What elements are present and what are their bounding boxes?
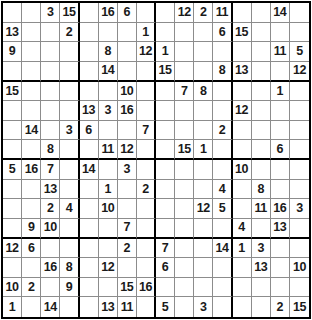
cell-r3c15-given[interactable]: 11 [271, 42, 290, 62]
cell-r16c12-empty[interactable] [213, 297, 232, 317]
cell-r5c12-empty[interactable] [213, 82, 232, 102]
cell-r13c1-given[interactable]: 12 [3, 239, 22, 259]
cell-r10c9-empty[interactable] [156, 180, 175, 200]
cell-r5c14-empty[interactable] [252, 82, 271, 102]
cell-r9c9-empty[interactable] [156, 160, 175, 180]
cell-r7c10-empty[interactable] [175, 121, 194, 141]
cell-r13c16-empty[interactable] [290, 239, 309, 259]
cell-r1c16-empty[interactable] [290, 3, 309, 23]
cell-r8c7-given[interactable]: 12 [118, 140, 137, 160]
cell-r8c3-given[interactable]: 8 [41, 140, 60, 160]
cell-r16c5-empty[interactable] [80, 297, 99, 317]
cell-r11c10-empty[interactable] [175, 199, 194, 219]
cell-r3c6-given[interactable]: 8 [99, 42, 118, 62]
cell-r1c2-empty[interactable] [22, 3, 41, 23]
cell-r10c15-empty[interactable] [271, 180, 290, 200]
cell-r7c15-empty[interactable] [271, 121, 290, 141]
cell-r15c16-empty[interactable] [290, 278, 309, 298]
cell-r10c3-given[interactable]: 13 [41, 180, 60, 200]
cell-r12c12-empty[interactable] [213, 219, 232, 239]
cell-r1c13-empty[interactable] [233, 3, 252, 23]
cell-r7c6-empty[interactable] [99, 121, 118, 141]
cell-r5c10-given[interactable]: 7 [175, 82, 194, 102]
cell-r6c6-given[interactable]: 3 [99, 101, 118, 121]
cell-r12c4-empty[interactable] [60, 219, 79, 239]
cell-r1c11-given[interactable]: 2 [194, 3, 213, 23]
cell-r9c11-empty[interactable] [194, 160, 213, 180]
cell-r4c2-empty[interactable] [22, 62, 41, 82]
cell-r5c15-given[interactable]: 1 [271, 82, 290, 102]
cell-r15c3-empty[interactable] [41, 278, 60, 298]
cell-r12c1-empty[interactable] [3, 219, 22, 239]
cell-r8c5-empty[interactable] [80, 140, 99, 160]
cell-r2c1-given[interactable]: 13 [3, 23, 22, 43]
cell-r16c8-empty[interactable] [137, 297, 156, 317]
cell-r5c6-empty[interactable] [99, 82, 118, 102]
cell-r6c7-given[interactable]: 16 [118, 101, 137, 121]
cell-r13c9-given[interactable]: 7 [156, 239, 175, 259]
cell-r14c16-given[interactable]: 10 [290, 258, 309, 278]
cell-r14c1-empty[interactable] [3, 258, 22, 278]
cell-r9c15-empty[interactable] [271, 160, 290, 180]
cell-r7c14-empty[interactable] [252, 121, 271, 141]
cell-r6c5-given[interactable]: 13 [80, 101, 99, 121]
cell-r10c14-given[interactable]: 8 [252, 180, 271, 200]
cell-r2c16-empty[interactable] [290, 23, 309, 43]
cell-r2c14-empty[interactable] [252, 23, 271, 43]
sudoku-board: 3151661221114132161598121115141581312151… [1, 1, 311, 319]
cell-r9c8-empty[interactable] [137, 160, 156, 180]
cell-r3c12-empty[interactable] [213, 42, 232, 62]
cell-r7c12-given[interactable]: 2 [213, 121, 232, 141]
cell-r10c16-empty[interactable] [290, 180, 309, 200]
cell-r8c8-empty[interactable] [137, 140, 156, 160]
cell-r11c9-empty[interactable] [156, 199, 175, 219]
cell-r7c13-empty[interactable] [233, 121, 252, 141]
cell-r3c10-empty[interactable] [175, 42, 194, 62]
cell-r3c13-empty[interactable] [233, 42, 252, 62]
cell-r13c5-empty[interactable] [80, 239, 99, 259]
cell-r8c12-empty[interactable] [213, 140, 232, 160]
cell-r3c14-empty[interactable] [252, 42, 271, 62]
cell-r10c8-given[interactable]: 2 [137, 180, 156, 200]
cell-r11c6-given[interactable]: 10 [99, 199, 118, 219]
cell-r4c14-empty[interactable] [252, 62, 271, 82]
cell-r9c14-empty[interactable] [252, 160, 271, 180]
cell-r2c13-given[interactable]: 15 [233, 23, 252, 43]
cell-r13c4-empty[interactable] [60, 239, 79, 259]
cell-r1c7-given[interactable]: 6 [118, 3, 137, 23]
cell-r5c13-empty[interactable] [233, 82, 252, 102]
cell-r6c2-empty[interactable] [22, 101, 41, 121]
cell-r15c7-given[interactable]: 15 [118, 278, 137, 298]
cell-r2c4-given[interactable]: 2 [60, 23, 79, 43]
cell-r11c12-given[interactable]: 5 [213, 199, 232, 219]
cell-r2c11-empty[interactable] [194, 23, 213, 43]
cell-r14c9-given[interactable]: 6 [156, 258, 175, 278]
cell-r4c11-empty[interactable] [194, 62, 213, 82]
cell-r7c16-empty[interactable] [290, 121, 309, 141]
cell-r1c9-empty[interactable] [156, 3, 175, 23]
cell-r6c14-empty[interactable] [252, 101, 271, 121]
cell-r9c6-empty[interactable] [99, 160, 118, 180]
cell-r3c11-empty[interactable] [194, 42, 213, 62]
cell-r3c1-given[interactable]: 9 [3, 42, 22, 62]
cell-r2c3-empty[interactable] [41, 23, 60, 43]
cell-r9c1-given[interactable]: 5 [3, 160, 22, 180]
cell-r1c12-given[interactable]: 11 [213, 3, 232, 23]
cell-r11c15-given[interactable]: 16 [271, 199, 290, 219]
cell-r3c3-empty[interactable] [41, 42, 60, 62]
cell-r4c1-empty[interactable] [3, 62, 22, 82]
cell-r4c15-empty[interactable] [271, 62, 290, 82]
cell-r4c9-given[interactable]: 15 [156, 62, 175, 82]
cell-r1c5-empty[interactable] [80, 3, 99, 23]
cell-r16c15-given[interactable]: 2 [271, 297, 290, 317]
cell-r2c2-empty[interactable] [22, 23, 41, 43]
cell-r15c11-empty[interactable] [194, 278, 213, 298]
cell-r14c11-empty[interactable] [194, 258, 213, 278]
cell-r12c15-given[interactable]: 13 [271, 219, 290, 239]
cell-r6c15-empty[interactable] [271, 101, 290, 121]
cell-r9c13-given[interactable]: 10 [233, 160, 252, 180]
cell-r4c7-empty[interactable] [118, 62, 137, 82]
cell-r6c1-empty[interactable] [3, 101, 22, 121]
cell-r1c14-empty[interactable] [252, 3, 271, 23]
cell-r12c6-empty[interactable] [99, 219, 118, 239]
cell-r12c10-empty[interactable] [175, 219, 194, 239]
cell-r11c8-empty[interactable] [137, 199, 156, 219]
cell-r15c6-empty[interactable] [99, 278, 118, 298]
cell-r3c16-given[interactable]: 5 [290, 42, 309, 62]
cell-r7c3-empty[interactable] [41, 121, 60, 141]
cell-r1c8-empty[interactable] [137, 3, 156, 23]
cell-r8c10-given[interactable]: 15 [175, 140, 194, 160]
cell-r7c2-given[interactable]: 14 [22, 121, 41, 141]
cell-r3c5-empty[interactable] [80, 42, 99, 62]
cell-r2c12-given[interactable]: 6 [213, 23, 232, 43]
cell-r10c7-empty[interactable] [118, 180, 137, 200]
cell-r13c15-empty[interactable] [271, 239, 290, 259]
cell-r16c3-given[interactable]: 14 [41, 297, 60, 317]
cell-r2c15-empty[interactable] [271, 23, 290, 43]
cell-r15c8-given[interactable]: 16 [137, 278, 156, 298]
cell-r16c2-empty[interactable] [22, 297, 41, 317]
cell-r3c2-empty[interactable] [22, 42, 41, 62]
cell-r14c14-given[interactable]: 13 [252, 258, 271, 278]
cell-r7c1-empty[interactable] [3, 121, 22, 141]
cell-r5c11-given[interactable]: 8 [194, 82, 213, 102]
cell-r9c3-given[interactable]: 7 [41, 160, 60, 180]
cell-r14c13-empty[interactable] [233, 258, 252, 278]
cell-r15c5-empty[interactable] [80, 278, 99, 298]
cell-r9c7-given[interactable]: 3 [118, 160, 137, 180]
cell-r16c13-empty[interactable] [233, 297, 252, 317]
cell-r3c4-empty[interactable] [60, 42, 79, 62]
cell-r12c14-empty[interactable] [252, 219, 271, 239]
cell-r6c3-empty[interactable] [41, 101, 60, 121]
cell-r6c10-empty[interactable] [175, 101, 194, 121]
cell-r11c1-empty[interactable] [3, 199, 22, 219]
cell-r4c8-empty[interactable] [137, 62, 156, 82]
cell-r15c12-empty[interactable] [213, 278, 232, 298]
cell-r1c4-given[interactable]: 15 [60, 3, 79, 23]
cell-r4c6-given[interactable]: 14 [99, 62, 118, 82]
cell-r4c16-given[interactable]: 12 [290, 62, 309, 82]
cell-r10c4-empty[interactable] [60, 180, 79, 200]
cell-r14c12-empty[interactable] [213, 258, 232, 278]
cell-r11c5-empty[interactable] [80, 199, 99, 219]
cell-r8c13-empty[interactable] [233, 140, 252, 160]
cell-r13c14-given[interactable]: 3 [252, 239, 271, 259]
cell-r2c10-empty[interactable] [175, 23, 194, 43]
cell-r6c8-empty[interactable] [137, 101, 156, 121]
cell-r4c10-empty[interactable] [175, 62, 194, 82]
cell-r12c9-empty[interactable] [156, 219, 175, 239]
cell-r9c16-empty[interactable] [290, 160, 309, 180]
cell-r11c7-empty[interactable] [118, 199, 137, 219]
cell-r5c9-empty[interactable] [156, 82, 175, 102]
cell-r6c4-empty[interactable] [60, 101, 79, 121]
cell-r1c1-empty[interactable] [3, 3, 22, 23]
cell-r13c7-given[interactable]: 2 [118, 239, 137, 259]
cell-r14c10-empty[interactable] [175, 258, 194, 278]
cell-r5c16-empty[interactable] [290, 82, 309, 102]
cell-r2c7-empty[interactable] [118, 23, 137, 43]
cell-r15c13-empty[interactable] [233, 278, 252, 298]
cell-r6c11-empty[interactable] [194, 101, 213, 121]
cell-r7c4-given[interactable]: 3 [60, 121, 79, 141]
cell-r3c9-given[interactable]: 1 [156, 42, 175, 62]
puzzle-page: 3151661221114132161598121115141581312151… [0, 0, 312, 320]
cell-r8c9-empty[interactable] [156, 140, 175, 160]
cell-r2c5-empty[interactable] [80, 23, 99, 43]
cell-r3c7-empty[interactable] [118, 42, 137, 62]
cell-r4c12-given[interactable]: 8 [213, 62, 232, 82]
cell-r8c1-empty[interactable] [3, 140, 22, 160]
cell-r6c13-given[interactable]: 12 [233, 101, 252, 121]
cell-r13c12-given[interactable]: 14 [213, 239, 232, 259]
cell-r14c4-given[interactable]: 8 [60, 258, 79, 278]
cell-r12c7-given[interactable]: 7 [118, 219, 137, 239]
cell-r8c2-empty[interactable] [22, 140, 41, 160]
cell-r10c2-empty[interactable] [22, 180, 41, 200]
cell-r8c11-given[interactable]: 1 [194, 140, 213, 160]
cell-r13c11-empty[interactable] [194, 239, 213, 259]
cell-r16c10-empty[interactable] [175, 297, 194, 317]
cell-r13c10-empty[interactable] [175, 239, 194, 259]
cell-r11c3-given[interactable]: 2 [41, 199, 60, 219]
cell-r16c4-empty[interactable] [60, 297, 79, 317]
cell-r8c15-given[interactable]: 6 [271, 140, 290, 160]
cell-r8c4-empty[interactable] [60, 140, 79, 160]
cell-r10c13-empty[interactable] [233, 180, 252, 200]
cell-r15c10-empty[interactable] [175, 278, 194, 298]
cell-r1c15-given[interactable]: 14 [271, 3, 290, 23]
cell-r12c13-given[interactable]: 4 [233, 219, 252, 239]
cell-r16c6-given[interactable]: 13 [99, 297, 118, 317]
cell-r7c8-given[interactable]: 7 [137, 121, 156, 141]
cell-r13c6-empty[interactable] [99, 239, 118, 259]
cell-r5c1-given[interactable]: 15 [3, 82, 22, 102]
cell-r12c8-empty[interactable] [137, 219, 156, 239]
cell-r6c12-empty[interactable] [213, 101, 232, 121]
cell-r15c2-given[interactable]: 2 [22, 278, 41, 298]
cell-r5c4-empty[interactable] [60, 82, 79, 102]
cell-r9c4-empty[interactable] [60, 160, 79, 180]
cell-r7c11-empty[interactable] [194, 121, 213, 141]
cell-r10c5-empty[interactable] [80, 180, 99, 200]
cell-r12c11-empty[interactable] [194, 219, 213, 239]
cell-r13c2-given[interactable]: 6 [22, 239, 41, 259]
cell-r8c14-empty[interactable] [252, 140, 271, 160]
cell-r4c5-empty[interactable] [80, 62, 99, 82]
cell-r15c15-empty[interactable] [271, 278, 290, 298]
cell-r7c9-empty[interactable] [156, 121, 175, 141]
cell-r12c16-empty[interactable] [290, 219, 309, 239]
cell-r14c6-given[interactable]: 12 [99, 258, 118, 278]
cell-r13c8-empty[interactable] [137, 239, 156, 259]
cell-r14c3-given[interactable]: 16 [41, 258, 60, 278]
cell-r9c5-given[interactable]: 14 [80, 160, 99, 180]
cell-r5c8-empty[interactable] [137, 82, 156, 102]
cell-r11c11-given[interactable]: 12 [194, 199, 213, 219]
cell-r10c12-given[interactable]: 4 [213, 180, 232, 200]
cell-r6c16-empty[interactable] [290, 101, 309, 121]
cell-r13c3-empty[interactable] [41, 239, 60, 259]
cell-r9c10-empty[interactable] [175, 160, 194, 180]
cell-r2c8-given[interactable]: 1 [137, 23, 156, 43]
cell-r15c4-given[interactable]: 9 [60, 278, 79, 298]
cell-r10c6-given[interactable]: 1 [99, 180, 118, 200]
cell-r12c2-given[interactable]: 9 [22, 219, 41, 239]
cell-r5c3-empty[interactable] [41, 82, 60, 102]
cell-r14c7-empty[interactable] [118, 258, 137, 278]
cell-r1c6-given[interactable]: 16 [99, 3, 118, 23]
cell-r16c9-given[interactable]: 5 [156, 297, 175, 317]
cell-r1c10-given[interactable]: 12 [175, 3, 194, 23]
cell-r14c2-empty[interactable] [22, 258, 41, 278]
cell-r13c13-given[interactable]: 1 [233, 239, 252, 259]
cell-r5c5-empty[interactable] [80, 82, 99, 102]
cell-r11c16-given[interactable]: 3 [290, 199, 309, 219]
cell-r8c6-given[interactable]: 11 [99, 140, 118, 160]
cell-r14c5-empty[interactable] [80, 258, 99, 278]
cell-r9c2-given[interactable]: 16 [22, 160, 41, 180]
cell-r5c7-given[interactable]: 10 [118, 82, 137, 102]
cell-r16c11-given[interactable]: 3 [194, 297, 213, 317]
cell-r10c1-empty[interactable] [3, 180, 22, 200]
cell-r2c6-empty[interactable] [99, 23, 118, 43]
cell-r15c1-given[interactable]: 10 [3, 278, 22, 298]
cell-r11c13-empty[interactable] [233, 199, 252, 219]
cell-r11c2-empty[interactable] [22, 199, 41, 219]
cell-r5c2-empty[interactable] [22, 82, 41, 102]
cell-r3c8-given[interactable]: 12 [137, 42, 156, 62]
cell-r9c12-empty[interactable] [213, 160, 232, 180]
cell-r12c3-given[interactable]: 10 [41, 219, 60, 239]
cell-r16c14-empty[interactable] [252, 297, 271, 317]
cell-r7c5-given[interactable]: 6 [80, 121, 99, 141]
cell-r12c5-empty[interactable] [80, 219, 99, 239]
cell-r11c4-given[interactable]: 4 [60, 199, 79, 219]
cell-r14c15-empty[interactable] [271, 258, 290, 278]
cell-r14c8-empty[interactable] [137, 258, 156, 278]
cell-r4c3-empty[interactable] [41, 62, 60, 82]
cell-r16c16-given[interactable]: 15 [290, 297, 309, 317]
cell-r6c9-empty[interactable] [156, 101, 175, 121]
cell-r15c9-empty[interactable] [156, 278, 175, 298]
cell-r15c14-empty[interactable] [252, 278, 271, 298]
cell-r4c13-given[interactable]: 13 [233, 62, 252, 82]
cell-r2c9-empty[interactable] [156, 23, 175, 43]
cell-r4c4-empty[interactable] [60, 62, 79, 82]
cell-r1c3-given[interactable]: 3 [41, 3, 60, 23]
cell-r10c10-empty[interactable] [175, 180, 194, 200]
cell-r10c11-empty[interactable] [194, 180, 213, 200]
cell-r7c7-empty[interactable] [118, 121, 137, 141]
cell-r16c1-given[interactable]: 1 [3, 297, 22, 317]
cell-r8c16-empty[interactable] [290, 140, 309, 160]
cell-r16c7-given[interactable]: 11 [118, 297, 137, 317]
cell-r11c14-given[interactable]: 11 [252, 199, 271, 219]
